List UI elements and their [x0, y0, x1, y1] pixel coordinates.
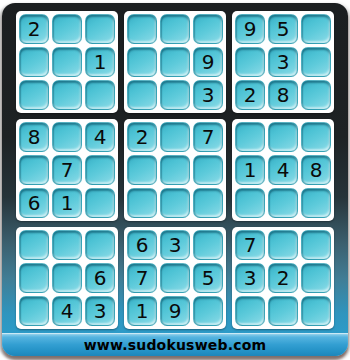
cell-r8c4[interactable]: 7: [127, 263, 157, 293]
cell-r4c3[interactable]: 4: [85, 122, 115, 152]
cell-r6c6[interactable]: [193, 188, 223, 218]
cell-r4c5[interactable]: [160, 122, 190, 152]
cell-r3c2[interactable]: [52, 80, 82, 110]
cell-r3c8[interactable]: 8: [268, 80, 298, 110]
cell-r4c8[interactable]: [268, 122, 298, 152]
block-3-2: 637519: [124, 227, 226, 329]
cell-r4c4[interactable]: 2: [127, 122, 157, 152]
cell-r5c6[interactable]: [193, 155, 223, 185]
cell-r8c3[interactable]: 6: [85, 263, 115, 293]
block-1-3: 95328: [232, 11, 334, 113]
cell-r2c3[interactable]: 1: [85, 47, 115, 77]
cell-r1c7[interactable]: 9: [235, 14, 265, 44]
cell-r2c2[interactable]: [52, 47, 82, 77]
block-2-2: 27: [124, 119, 226, 221]
cell-r3c1[interactable]: [19, 80, 49, 110]
sudoku-board: 2193953288476127148643637519732: [16, 11, 334, 329]
cell-r2c5[interactable]: [160, 47, 190, 77]
cell-r7c8[interactable]: [268, 230, 298, 260]
cell-r9c1[interactable]: [19, 296, 49, 326]
block-3-3: 732: [232, 227, 334, 329]
cell-r4c7[interactable]: [235, 122, 265, 152]
cell-r2c6[interactable]: 9: [193, 47, 223, 77]
cell-r1c3[interactable]: [85, 14, 115, 44]
block-1-2: 93: [124, 11, 226, 113]
cell-r6c8[interactable]: [268, 188, 298, 218]
cell-r8c6[interactable]: 5: [193, 263, 223, 293]
cell-r7c3[interactable]: [85, 230, 115, 260]
cell-r2c4[interactable]: [127, 47, 157, 77]
cell-r5c2[interactable]: 7: [52, 155, 82, 185]
cell-r3c5[interactable]: [160, 80, 190, 110]
cell-r7c9[interactable]: [301, 230, 331, 260]
cell-r5c3[interactable]: [85, 155, 115, 185]
cell-r3c6[interactable]: 3: [193, 80, 223, 110]
cell-r9c6[interactable]: [193, 296, 223, 326]
cell-r9c4[interactable]: 1: [127, 296, 157, 326]
cell-r7c4[interactable]: 6: [127, 230, 157, 260]
cell-r1c6[interactable]: [193, 14, 223, 44]
cell-r3c7[interactable]: 2: [235, 80, 265, 110]
cell-r9c2[interactable]: 4: [52, 296, 82, 326]
cell-r6c1[interactable]: 6: [19, 188, 49, 218]
cell-r4c2[interactable]: [52, 122, 82, 152]
cell-r6c4[interactable]: [127, 188, 157, 218]
cell-r5c1[interactable]: [19, 155, 49, 185]
cell-r4c6[interactable]: 7: [193, 122, 223, 152]
cell-r1c5[interactable]: [160, 14, 190, 44]
cell-r3c4[interactable]: [127, 80, 157, 110]
cell-r5c8[interactable]: 4: [268, 155, 298, 185]
cell-r7c1[interactable]: [19, 230, 49, 260]
cell-r8c5[interactable]: [160, 263, 190, 293]
cell-r3c9[interactable]: [301, 80, 331, 110]
cell-r4c9[interactable]: [301, 122, 331, 152]
cell-r8c8[interactable]: 2: [268, 263, 298, 293]
cell-r3c3[interactable]: [85, 80, 115, 110]
cell-r1c9[interactable]: [301, 14, 331, 44]
cell-r8c1[interactable]: [19, 263, 49, 293]
cell-r6c9[interactable]: [301, 188, 331, 218]
cell-r9c7[interactable]: [235, 296, 265, 326]
cell-r7c2[interactable]: [52, 230, 82, 260]
cell-r1c2[interactable]: [52, 14, 82, 44]
cell-r2c1[interactable]: [19, 47, 49, 77]
block-3-1: 643: [16, 227, 118, 329]
cell-r7c6[interactable]: [193, 230, 223, 260]
cell-r1c4[interactable]: [127, 14, 157, 44]
cell-r8c7[interactable]: 3: [235, 263, 265, 293]
cell-r6c7[interactable]: [235, 188, 265, 218]
footer-band: www.sudokusweb.com: [2, 333, 348, 356]
sudoku-frame: 2193953288476127148643637519732 www.sudo…: [2, 3, 348, 356]
block-2-1: 84761: [16, 119, 118, 221]
cell-r4c1[interactable]: 8: [19, 122, 49, 152]
cell-r5c4[interactable]: [127, 155, 157, 185]
cell-r7c5[interactable]: 3: [160, 230, 190, 260]
cell-r2c7[interactable]: [235, 47, 265, 77]
cell-r6c3[interactable]: [85, 188, 115, 218]
cell-r9c5[interactable]: 9: [160, 296, 190, 326]
cell-r5c5[interactable]: [160, 155, 190, 185]
cell-r6c5[interactable]: [160, 188, 190, 218]
cell-r9c3[interactable]: 3: [85, 296, 115, 326]
cell-r7c7[interactable]: 7: [235, 230, 265, 260]
cell-r6c2[interactable]: 1: [52, 188, 82, 218]
cell-r8c2[interactable]: [52, 263, 82, 293]
block-1-1: 21: [16, 11, 118, 113]
block-2-3: 148: [232, 119, 334, 221]
cell-r8c9[interactable]: [301, 263, 331, 293]
cell-r9c8[interactable]: [268, 296, 298, 326]
cell-r5c9[interactable]: 8: [301, 155, 331, 185]
cell-r9c9[interactable]: [301, 296, 331, 326]
cell-r2c8[interactable]: 3: [268, 47, 298, 77]
site-link[interactable]: www.sudokusweb.com: [84, 337, 267, 353]
cell-r1c1[interactable]: 2: [19, 14, 49, 44]
cell-r1c8[interactable]: 5: [268, 14, 298, 44]
cell-r5c7[interactable]: 1: [235, 155, 265, 185]
cell-r2c9[interactable]: [301, 47, 331, 77]
